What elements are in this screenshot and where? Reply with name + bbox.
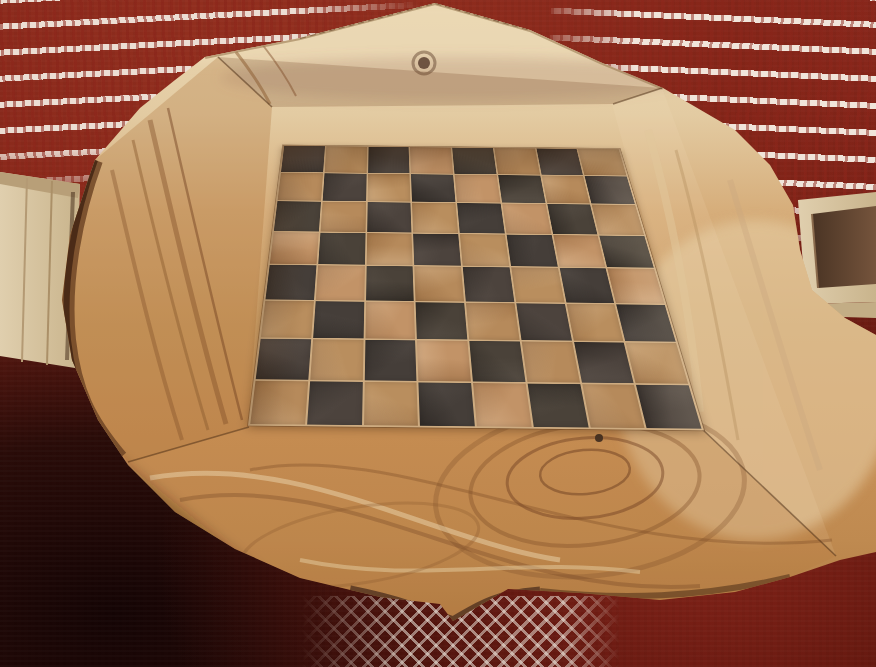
- square-b2[interactable]: [310, 339, 363, 380]
- square-f5[interactable]: [506, 234, 557, 266]
- square-e8[interactable]: [452, 148, 496, 174]
- square-b6[interactable]: [320, 202, 365, 232]
- square-a4[interactable]: [266, 265, 317, 300]
- square-g1[interactable]: [582, 384, 645, 428]
- square-f8[interactable]: [494, 148, 539, 174]
- square-c5[interactable]: [366, 233, 413, 265]
- square-f2[interactable]: [521, 341, 579, 382]
- square-f4[interactable]: [511, 267, 564, 302]
- square-d7[interactable]: [411, 174, 455, 202]
- square-e6[interactable]: [457, 203, 504, 233]
- square-c1[interactable]: [364, 382, 419, 426]
- square-h1[interactable]: [636, 384, 701, 428]
- square-d6[interactable]: [412, 203, 458, 233]
- square-h6[interactable]: [592, 205, 644, 235]
- square-e1[interactable]: [473, 383, 532, 427]
- square-c8[interactable]: [368, 147, 410, 173]
- square-d8[interactable]: [410, 147, 453, 173]
- square-d3[interactable]: [416, 302, 468, 340]
- square-c4[interactable]: [366, 266, 414, 301]
- square-h4[interactable]: [608, 268, 665, 303]
- square-f1[interactable]: [527, 383, 588, 427]
- square-f7[interactable]: [498, 175, 545, 203]
- square-a8[interactable]: [281, 146, 325, 172]
- square-f6[interactable]: [502, 204, 551, 234]
- photo-olive-wood-chess-table: { "game": { "name": "chess", "board_type…: [0, 0, 876, 667]
- square-g6[interactable]: [547, 204, 598, 234]
- chess-board: [248, 145, 704, 430]
- square-d1[interactable]: [419, 382, 475, 426]
- square-b1[interactable]: [307, 381, 362, 425]
- square-e5[interactable]: [460, 234, 509, 266]
- square-e4[interactable]: [463, 267, 514, 302]
- square-h3[interactable]: [616, 304, 675, 342]
- square-b4[interactable]: [316, 265, 365, 300]
- square-g5[interactable]: [553, 235, 606, 267]
- square-c7[interactable]: [367, 174, 410, 202]
- square-h2[interactable]: [626, 343, 688, 384]
- square-c6[interactable]: [367, 202, 412, 232]
- square-a3[interactable]: [261, 300, 314, 337]
- square-b7[interactable]: [322, 173, 366, 201]
- square-a2[interactable]: [256, 339, 311, 380]
- square-b3[interactable]: [313, 301, 364, 338]
- square-e3[interactable]: [466, 302, 520, 340]
- square-e2[interactable]: [469, 341, 525, 382]
- square-g7[interactable]: [541, 175, 590, 203]
- chess-board-scene: [219, 97, 700, 430]
- square-f3[interactable]: [516, 303, 571, 341]
- square-e7[interactable]: [455, 174, 501, 202]
- square-c2[interactable]: [364, 340, 416, 381]
- square-a6[interactable]: [274, 201, 321, 231]
- square-b8[interactable]: [324, 146, 366, 172]
- square-a7[interactable]: [278, 173, 323, 201]
- square-a5[interactable]: [270, 232, 319, 264]
- square-a1[interactable]: [250, 380, 308, 424]
- square-g3[interactable]: [566, 304, 623, 342]
- square-c3[interactable]: [365, 301, 415, 339]
- square-g8[interactable]: [536, 149, 583, 175]
- square-b5[interactable]: [318, 232, 365, 264]
- square-d5[interactable]: [413, 233, 461, 265]
- square-h8[interactable]: [578, 149, 626, 175]
- square-g4[interactable]: [559, 268, 614, 303]
- square-h7[interactable]: [585, 176, 635, 204]
- square-d4[interactable]: [414, 266, 464, 301]
- square-g2[interactable]: [574, 342, 634, 383]
- square-d2[interactable]: [417, 340, 471, 381]
- square-h5[interactable]: [599, 235, 653, 267]
